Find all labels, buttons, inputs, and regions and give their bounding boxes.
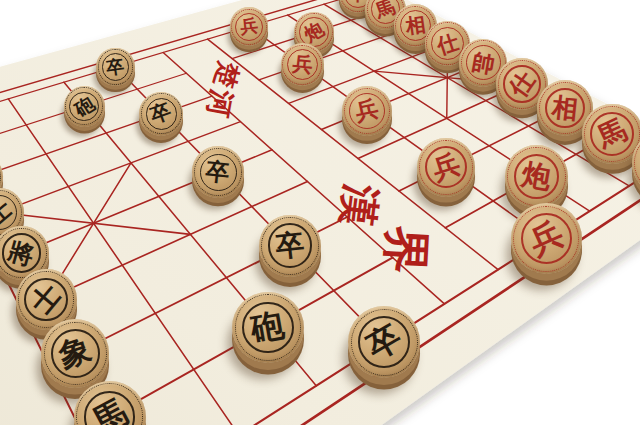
piece-ring — [358, 316, 410, 368]
piece-face: 炮 — [505, 145, 568, 208]
piece-ring — [466, 45, 501, 80]
piece-red-cannon[interactable]: 炮 — [505, 145, 568, 208]
piece-ring — [503, 65, 541, 103]
piece-ring — [514, 154, 559, 199]
piece-glyph: 卒 — [94, 45, 137, 88]
piece-black-soldier[interactable]: 卒 — [192, 146, 243, 197]
piece-rim-pattern — [98, 49, 134, 85]
piece-rim-pattern — [419, 140, 474, 195]
piece-ring — [102, 53, 130, 81]
piece-black-soldier[interactable]: 卒 — [348, 306, 420, 378]
piece-glyph: 卒 — [190, 144, 246, 200]
piece-glyph: 兵 — [409, 130, 483, 204]
piece-glyph: 砲 — [56, 78, 112, 134]
piece-face: 卒 — [259, 215, 321, 277]
piece-glyph: 兵 — [228, 5, 270, 47]
piece-rim-pattern — [344, 88, 390, 134]
piece-red-soldier[interactable]: 兵 — [281, 43, 324, 86]
piece-rim-pattern — [507, 147, 566, 206]
piece-ring — [0, 195, 17, 231]
piece-face: 兵 — [417, 138, 476, 197]
piece-glyph: 兵 — [499, 192, 593, 286]
piece-face: 砲 — [64, 86, 105, 127]
piece-glyph: 炮 — [500, 140, 573, 213]
piece-red-soldier[interactable]: 兵 — [342, 86, 392, 136]
pieces-layer: 車馬相兵炮仕帥兵卒仕砲相兵卒車馬馬車兵卒炮象士兵卒將士砲卒象馬車 — [0, 0, 640, 425]
piece-red-horse[interactable]: 馬 — [582, 104, 640, 165]
piece-ring — [425, 146, 467, 188]
piece-ring — [349, 93, 385, 129]
piece-rim-pattern — [584, 106, 640, 163]
piece-ring — [2, 233, 41, 272]
piece-rim-pattern — [76, 383, 143, 425]
piece-ring — [69, 92, 99, 122]
piece-red-soldier[interactable]: 兵 — [230, 7, 269, 46]
piece-ring — [287, 49, 318, 80]
piece-black-soldier[interactable]: 卒 — [96, 48, 134, 86]
piece-ring — [51, 329, 100, 378]
piece-ring — [521, 213, 572, 264]
piece-face: 卒 — [96, 48, 134, 86]
piece-face: 兵 — [342, 86, 392, 136]
piece-rim-pattern — [194, 148, 242, 196]
piece-ring — [268, 223, 313, 268]
piece-ring — [590, 112, 634, 156]
piece-rim-pattern — [65, 87, 103, 125]
piece-ring — [24, 278, 68, 322]
piece-face: 兵 — [511, 203, 582, 274]
piece-ring — [200, 154, 237, 191]
piece-black-soldier[interactable]: 卒 — [259, 215, 321, 277]
piece-face: 卒 — [192, 146, 243, 197]
piece-glyph: 兵 — [337, 81, 396, 140]
piece-face: 砲 — [232, 292, 303, 363]
piece-black-horse[interactable]: 馬 — [74, 381, 146, 425]
piece-rim-pattern — [261, 217, 319, 275]
piece-glyph: 卒 — [256, 212, 324, 280]
piece-rim-pattern — [513, 206, 579, 272]
piece-ring — [235, 13, 263, 41]
piece-black-elephant[interactable]: 象 — [41, 319, 109, 387]
piece-rim-pattern — [231, 9, 267, 45]
piece-ring — [146, 98, 178, 130]
piece-face: 卒 — [348, 306, 420, 378]
piece-face: 兵 — [281, 43, 324, 86]
piece-red-soldier[interactable]: 兵 — [511, 203, 582, 274]
piece-glyph: 卒 — [335, 293, 433, 391]
piece-black-cannon[interactable]: 砲 — [232, 292, 303, 363]
piece-rim-pattern — [44, 322, 108, 386]
piece-face: 馬 — [74, 381, 146, 425]
piece-face: 象 — [41, 319, 109, 387]
piece-rim-pattern — [235, 294, 301, 360]
piece-red-soldier[interactable]: 兵 — [417, 138, 476, 197]
piece-face: 兵 — [230, 7, 269, 46]
piece-rim-pattern — [351, 309, 418, 376]
photo-scene: 楚河漢界 車馬相兵炮仕帥兵卒仕砲相兵卒車馬馬車兵卒炮象士兵卒將士砲卒象馬車 — [0, 0, 640, 425]
piece-rim-pattern — [141, 93, 182, 134]
piece-glyph: 砲 — [227, 286, 310, 369]
piece-face: 卒 — [139, 92, 183, 136]
piece-face: 馬 — [582, 104, 640, 165]
piece-ring — [242, 302, 293, 353]
piece-black-cannon[interactable]: 砲 — [64, 86, 105, 127]
piece-ring — [545, 88, 585, 128]
piece-glyph: 卒 — [133, 86, 189, 142]
piece-rim-pattern — [282, 45, 322, 85]
piece-black-soldier[interactable]: 卒 — [139, 92, 183, 136]
piece-ring — [84, 391, 136, 425]
